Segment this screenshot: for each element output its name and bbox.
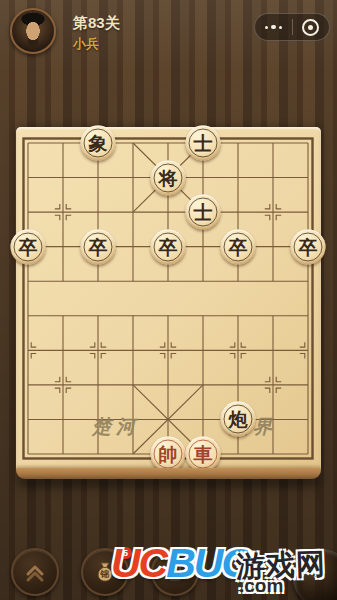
player-avatar[interactable] xyxy=(10,8,56,54)
hidden-button[interactable] xyxy=(151,548,199,596)
exit-target-icon xyxy=(302,19,319,36)
app-root: 第83关 小兵 楚河 漢界 象士将士卒卒卒卒卒炮帥車 锦 15 xyxy=(0,0,337,600)
piece-炮-black[interactable]: 炮 xyxy=(221,402,256,437)
exit-button[interactable] xyxy=(293,14,330,40)
hint-bag-button[interactable]: 锦 15 xyxy=(81,548,129,596)
piece-卒-black[interactable]: 卒 xyxy=(291,229,326,264)
chevron-up-icon xyxy=(22,559,48,585)
expand-button[interactable] xyxy=(11,548,59,596)
piece-車-red[interactable]: 車 xyxy=(186,436,221,471)
wechat-capsule xyxy=(254,13,330,41)
menu-sphere-button[interactable] xyxy=(293,549,337,600)
piece-将-black[interactable]: 将 xyxy=(151,160,186,195)
scroll-icon xyxy=(163,560,187,584)
money-bag-icon: 锦 xyxy=(91,558,119,586)
hint-count-badge: 15 xyxy=(114,547,132,559)
stage-name: 小兵 xyxy=(73,35,99,53)
xiangqi-board[interactable]: 楚河 漢界 象士将士卒卒卒卒卒炮帥車 xyxy=(16,127,321,468)
level-title: 第83关 xyxy=(73,14,120,33)
piece-卒-black[interactable]: 卒 xyxy=(11,229,46,264)
river-label-left: 楚河 xyxy=(81,414,151,440)
piece-卒-black[interactable]: 卒 xyxy=(81,229,116,264)
more-button[interactable] xyxy=(255,14,292,40)
piece-帥-red[interactable]: 帥 xyxy=(151,436,186,471)
more-dots-icon xyxy=(265,25,282,30)
piece-卒-black[interactable]: 卒 xyxy=(221,229,256,264)
piece-卒-black[interactable]: 卒 xyxy=(151,229,186,264)
svg-text:锦: 锦 xyxy=(100,569,110,579)
piece-士-black[interactable]: 士 xyxy=(186,126,221,161)
piece-象-black[interactable]: 象 xyxy=(81,126,116,161)
board-front-edge xyxy=(16,468,321,479)
watermark-domain: .com xyxy=(239,575,283,597)
piece-士-black[interactable]: 士 xyxy=(186,195,221,230)
